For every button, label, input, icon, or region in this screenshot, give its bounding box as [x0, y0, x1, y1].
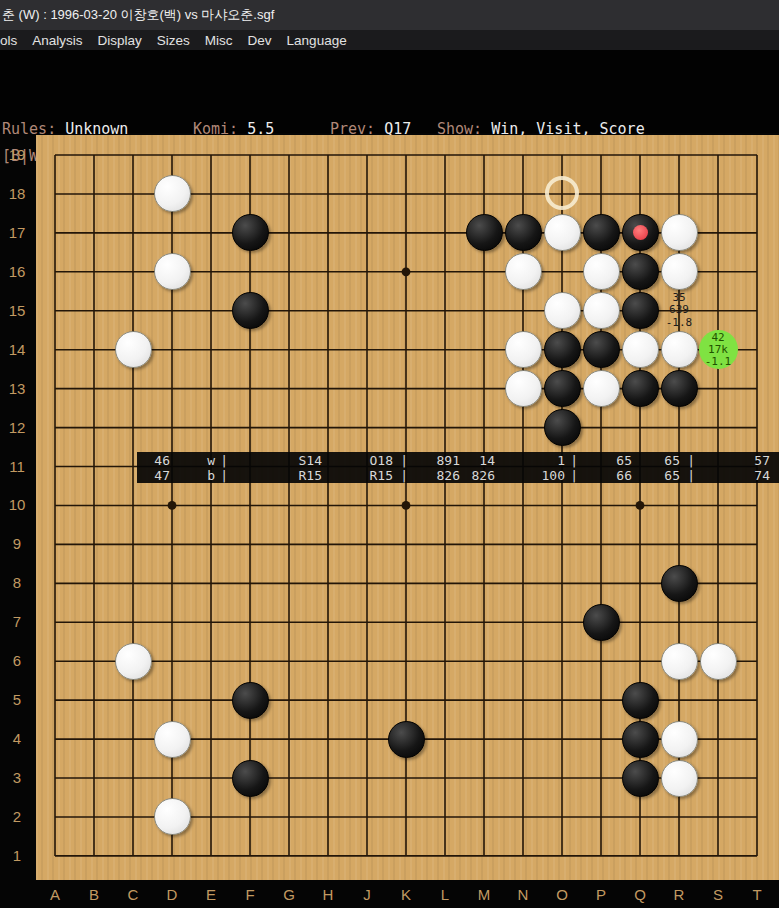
menu-item-tools[interactable]: ols [0, 33, 17, 48]
white-stone-D16 [154, 253, 191, 290]
black-stone-R8 [661, 565, 698, 602]
white-stone-C6 [115, 643, 152, 680]
white-stone-N14 [505, 331, 542, 368]
row-label-7: 7 [2, 613, 32, 630]
col-label-J: J [357, 886, 377, 903]
black-stone-Q5 [622, 682, 659, 719]
strip-cell: 14 [425, 453, 495, 468]
row-label-16: 16 [2, 263, 32, 280]
black-stone-F15 [232, 292, 269, 329]
row-label-9: 9 [2, 535, 32, 552]
col-label-R: R [669, 886, 689, 903]
row-label-14: 14 [2, 341, 32, 358]
row-label-2: 2 [2, 808, 32, 825]
white-stone-Q14 [622, 331, 659, 368]
black-stone-Q13 [622, 370, 659, 407]
col-label-Q: Q [630, 886, 650, 903]
white-stone-O15 [544, 292, 581, 329]
row-label-3: 3 [2, 769, 32, 786]
row-label-12: 12 [2, 419, 32, 436]
strip-cell: | [158, 468, 228, 483]
white-stone-C14 [115, 331, 152, 368]
col-label-L: L [435, 886, 455, 903]
row-label-8: 8 [2, 574, 32, 591]
white-stone-P16 [583, 253, 620, 290]
col-label-P: P [591, 886, 611, 903]
white-stone-P13 [583, 370, 620, 407]
white-stone-R17 [661, 214, 698, 251]
row-label-18: 18 [2, 185, 32, 202]
col-label-N: N [513, 886, 533, 903]
row-label-6: 6 [2, 652, 32, 669]
white-stone-P15 [583, 292, 620, 329]
white-stone-D2 [154, 798, 191, 835]
black-stone-F17 [232, 214, 269, 251]
white-stone-N13 [505, 370, 542, 407]
black-stone-Q16 [622, 253, 659, 290]
go-analysis-window: 춘 (W) : 1996-03-20 이창호(백) vs 마샤오춘.sgf ol… [0, 0, 779, 908]
black-stone-O13 [544, 370, 581, 407]
black-stone-N17 [505, 214, 542, 251]
row-label-5: 5 [2, 691, 32, 708]
row-label-10: 10 [2, 496, 32, 513]
white-stone-D18 [154, 175, 191, 212]
black-stone-P17 [583, 214, 620, 251]
row-label-4: 4 [2, 730, 32, 747]
black-stone-K4 [388, 721, 425, 758]
strip-cell: | [625, 453, 695, 468]
menu-bar: ols Analysis Display Sizes Misc Dev Lang… [0, 30, 779, 50]
row-label-15: 15 [2, 302, 32, 319]
menu-item-dev[interactable]: Dev [248, 33, 272, 48]
menu-item-sizes[interactable]: Sizes [157, 33, 190, 48]
row-label-17: 17 [2, 224, 32, 241]
col-label-C: C [123, 886, 143, 903]
analysis-strip: 46w|S14O18|891141|6565|5747b|R15R15|8268… [137, 452, 779, 483]
menu-item-display[interactable]: Display [98, 33, 142, 48]
strip-cell: R15 [252, 468, 322, 483]
info-panel: Rules:Unknown [B|W] stn:22 : 22 Komi:5.5… [0, 50, 779, 133]
col-label-H: H [318, 886, 338, 903]
black-stone-O12 [544, 409, 581, 446]
col-label-E: E [201, 886, 221, 903]
white-stone-R6 [661, 643, 698, 680]
strip-cell: 826 [425, 468, 495, 483]
white-stone-R3 [661, 760, 698, 797]
col-label-G: G [279, 886, 299, 903]
col-label-B: B [84, 886, 104, 903]
black-stone-F5 [232, 682, 269, 719]
black-stone-Q3 [622, 760, 659, 797]
menu-item-language[interactable]: Language [287, 33, 347, 48]
row-label-11: 11 [2, 458, 32, 475]
best-move-S14[interactable]: 4217k-1.1 [699, 330, 738, 369]
white-stone-N16 [505, 253, 542, 290]
col-label-A: A [45, 886, 65, 903]
white-stone-S6 [700, 643, 737, 680]
window-title: 춘 (W) : 1996-03-20 이창호(백) vs 마샤오춘.sgf [0, 0, 779, 30]
menu-item-misc[interactable]: Misc [205, 33, 233, 48]
black-stone-O14 [544, 331, 581, 368]
row-label-19: 19 [2, 146, 32, 163]
strip-cell: 74 [700, 468, 770, 483]
black-stone-P7 [583, 604, 620, 641]
menu-item-analysis[interactable]: Analysis [32, 33, 82, 48]
black-stone-Q4 [622, 721, 659, 758]
col-label-S: S [708, 886, 728, 903]
white-stone-R16 [661, 253, 698, 290]
col-label-T: T [747, 886, 767, 903]
col-label-F: F [240, 886, 260, 903]
black-stone-M17 [466, 214, 503, 251]
white-stone-O17 [544, 214, 581, 251]
candidate-move-R15[interactable]: 35639-1.8 [649, 292, 709, 330]
white-stone-R4 [661, 721, 698, 758]
ghost-move-ring[interactable] [545, 176, 579, 210]
col-label-K: K [396, 886, 416, 903]
white-stone-R14 [661, 331, 698, 368]
black-stone-R13 [661, 370, 698, 407]
strip-cell: | [625, 468, 695, 483]
row-label-13: 13 [2, 380, 32, 397]
black-stone-P14 [583, 331, 620, 368]
strip-cell: 57 [700, 453, 770, 468]
col-label-O: O [552, 886, 572, 903]
black-stone-F3 [232, 760, 269, 797]
last-move-marker [633, 225, 648, 240]
strip-cell: S14 [252, 453, 322, 468]
col-label-D: D [162, 886, 182, 903]
col-label-M: M [474, 886, 494, 903]
strip-cell: | [158, 453, 228, 468]
white-stone-D4 [154, 721, 191, 758]
row-label-1: 1 [2, 847, 32, 864]
